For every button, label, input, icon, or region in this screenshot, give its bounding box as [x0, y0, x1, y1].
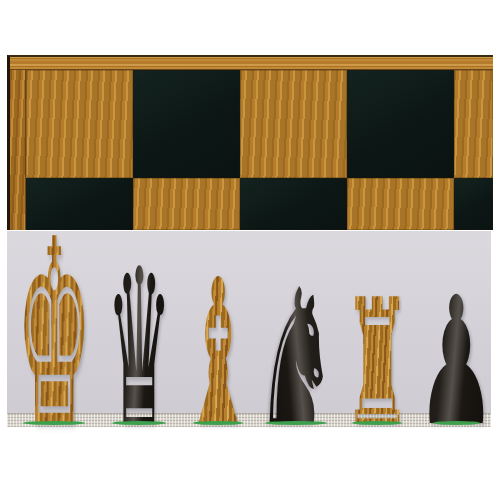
board-square-light — [26, 70, 133, 178]
felt-pad — [112, 421, 166, 425]
chess-piece-bishop-light: ♝ — [188, 273, 248, 423]
board-squares-grid — [26, 70, 493, 230]
chess-piece-king-light: ♚ — [17, 273, 91, 423]
chess-piece-queen-black: ♛ — [107, 273, 171, 423]
chess-piece-pawn-black: ♟ — [428, 273, 485, 423]
board-square-dark — [240, 178, 347, 230]
felt-pad — [23, 421, 85, 425]
board-square-dark — [454, 178, 493, 230]
chess-set-product-page: { "game": "chess", "position": "8/8/8/8/… — [0, 0, 500, 500]
board-square-light — [347, 178, 454, 230]
board-square-dark — [133, 70, 240, 178]
board-square-light — [240, 70, 347, 178]
felt-pad — [352, 421, 402, 425]
felt-pad — [193, 421, 243, 425]
board-square-light — [454, 70, 493, 178]
felt-pad — [433, 421, 481, 425]
board-frame-top — [10, 57, 493, 70]
chess-pieces-photo: ♚ ♛ ♝ ♞ ♜ ♟ — [7, 231, 491, 427]
felt-pad — [265, 421, 327, 425]
board-square-dark — [347, 70, 454, 178]
chess-piece-rook-light: ♜ — [347, 273, 407, 423]
chess-piece-knight-black: ♞ — [259, 273, 333, 423]
